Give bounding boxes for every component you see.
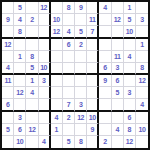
cell-r10c4-empty[interactable] [39,112,51,124]
cell-r7c12-given: 12 [136,75,148,87]
cell-r6c9-given: 6 [99,63,111,75]
cell-r7c7-empty[interactable] [75,75,87,87]
cell-r1c1-empty[interactable] [2,2,14,14]
cell-r5c7-empty[interactable] [75,51,87,63]
cell-r8c8-empty[interactable] [87,87,99,99]
cell-r11c8-given: 9 [87,124,99,136]
cell-r12c4-given: 4 [39,136,51,148]
cell-r6c8-empty[interactable] [87,63,99,75]
cell-r12c6-given: 5 [63,136,75,148]
cell-r9c7-given: 3 [75,99,87,111]
cell-r7c6-empty[interactable] [63,75,75,87]
cell-r8c12-empty[interactable] [136,87,148,99]
cell-r6c3-given: 5 [26,63,38,75]
cell-r8c1-empty[interactable] [2,87,14,99]
cell-r10c1-empty[interactable] [2,112,14,124]
cell-r10c7-given: 12 [75,112,87,124]
cell-r8c5-empty[interactable] [51,87,63,99]
cell-r12c10-empty[interactable] [112,136,124,148]
cell-r11c6-empty[interactable] [63,124,75,136]
cell-r6c6-empty[interactable] [63,63,75,75]
cell-r8c4-empty[interactable] [39,87,51,99]
cell-r12c7-given: 8 [75,136,87,148]
cell-r9c6-given: 7 [63,99,75,111]
cell-r12c1-empty[interactable] [2,136,14,148]
cell-r8c7-empty[interactable] [75,87,87,99]
cell-r3c7-given: 5 [75,26,87,38]
cell-r7c3-given: 1 [26,75,38,87]
cell-r4c8-empty[interactable] [87,39,99,51]
cell-r3c9-empty[interactable] [99,26,111,38]
cell-r4c4-empty[interactable] [39,39,51,51]
cell-r6c4-given: 10 [39,63,51,75]
cell-r9c2-empty[interactable] [14,99,26,111]
cell-r4c6-given: 6 [63,39,75,51]
cell-r8c6-empty[interactable] [63,87,75,99]
cell-r9c5-empty[interactable] [51,99,63,111]
cell-r6c5-empty[interactable] [51,63,63,75]
cell-r9c11-empty[interactable] [124,99,136,111]
cell-r5c10-given: 11 [112,51,124,63]
cell-r3c3-empty[interactable] [26,26,38,38]
cell-r5c12-empty[interactable] [136,51,148,63]
cell-r10c11-given: 6 [124,112,136,124]
cell-r2c12-given: 3 [136,14,148,26]
cell-r4c11-empty[interactable] [124,39,136,51]
cell-r7c2-empty[interactable] [14,75,26,87]
cell-r2c11-given: 5 [124,14,136,26]
cell-r6c10-given: 3 [112,63,124,75]
cell-r7c8-empty[interactable] [87,75,99,87]
cell-r11c2-given: 6 [14,124,26,136]
cell-r1c12-empty[interactable] [136,2,148,14]
cell-r9c8-empty[interactable] [87,99,99,111]
cell-r10c6-given: 2 [63,112,75,124]
cell-r2c9-empty[interactable] [99,14,111,26]
cell-r11c11-given: 8 [124,124,136,136]
cell-r9c10-empty[interactable] [112,99,124,111]
cell-r4c10-empty[interactable] [112,39,124,51]
cell-r6c12-given: 8 [136,63,148,75]
cell-r4c5-empty[interactable] [51,39,63,51]
cell-r1c3-empty[interactable] [26,2,38,14]
sudoku-board: 5128941942101112538124571012621181144510… [0,0,150,150]
cell-r12c11-given: 12 [124,136,136,148]
cell-r6c2-empty[interactable] [14,63,26,75]
cell-r9c1-given: 6 [2,99,14,111]
cell-r9c3-empty[interactable] [26,99,38,111]
cell-r1c4-given: 12 [39,2,51,14]
cell-r2c5-given: 10 [51,14,63,26]
cell-r5c6-empty[interactable] [63,51,75,63]
cell-r3c1-empty[interactable] [2,26,14,38]
cell-r3c6-given: 4 [63,26,75,38]
cell-r8c10-given: 5 [112,87,124,99]
cell-r10c9-empty[interactable] [99,112,111,124]
cell-r6c1-given: 4 [2,63,14,75]
cell-r12c8-empty[interactable] [87,136,99,148]
cell-r5c4-empty[interactable] [39,51,51,63]
cell-r9c4-empty[interactable] [39,99,51,111]
cell-r10c3-empty[interactable] [26,112,38,124]
cell-r1c2-given: 5 [14,2,26,14]
cell-r9c9-empty[interactable] [99,99,111,111]
cell-r8c11-given: 3 [124,87,136,99]
cell-r3c10-empty[interactable] [112,26,124,38]
cell-r5c3-given: 8 [26,51,38,63]
cell-r2c6-empty[interactable] [63,14,75,26]
cell-r11c5-given: 1 [51,124,63,136]
cell-r12c2-given: 10 [14,136,26,148]
cell-r5c2-given: 1 [14,51,26,63]
cell-r4c9-empty[interactable] [99,39,111,51]
cell-r9c12-given: 4 [136,99,148,111]
cell-r2c7-empty[interactable] [75,14,87,26]
cell-r7c11-empty[interactable] [124,75,136,87]
cell-r2c3-given: 2 [26,14,38,26]
cell-r1c7-given: 9 [75,2,87,14]
cell-r10c10-empty[interactable] [112,112,124,124]
cell-r2c2-given: 4 [14,14,26,26]
cell-r2c1-given: 9 [2,14,14,26]
cell-r7c5-empty[interactable] [51,75,63,87]
cell-r7c10-given: 6 [112,75,124,87]
cell-r8c3-given: 4 [26,87,38,99]
cell-r3c11-given: 10 [124,26,136,38]
cell-r1c8-empty[interactable] [87,2,99,14]
cell-r4c7-given: 2 [75,39,87,51]
cell-r1c10-empty[interactable] [112,2,124,14]
cell-r2c10-given: 12 [112,14,124,26]
cell-r1c5-empty[interactable] [51,2,63,14]
cell-r4c2-empty[interactable] [14,39,26,51]
cell-r5c11-given: 4 [124,51,136,63]
cell-r11c7-empty[interactable] [75,124,87,136]
cell-r10c12-empty[interactable] [136,112,148,124]
cell-r4c12-given: 1 [136,39,148,51]
cell-r12c9-given: 2 [99,136,111,148]
cell-r6c11-empty[interactable] [124,63,136,75]
cell-r4c1-given: 12 [2,39,14,51]
cell-r3c12-empty[interactable] [136,26,148,38]
cell-r8c9-empty[interactable] [99,87,111,99]
cell-r10c2-given: 3 [14,112,26,124]
cell-r5c9-empty[interactable] [99,51,111,63]
cell-r11c9-empty[interactable] [99,124,111,136]
cell-r12c5-empty[interactable] [51,136,63,148]
cell-r7c9-given: 9 [99,75,111,87]
cell-r5c8-empty[interactable] [87,51,99,63]
cell-r10c5-given: 4 [51,112,63,124]
cell-r3c8-given: 7 [87,26,99,38]
cell-r4c3-empty[interactable] [26,39,38,51]
cell-r11c12-given: 10 [136,124,148,136]
cell-r1c9-given: 4 [99,2,111,14]
cell-r2c4-empty[interactable] [39,14,51,26]
cell-r11c1-given: 5 [2,124,14,136]
cell-r12c3-empty[interactable] [26,136,38,148]
cell-r3c4-empty[interactable] [39,26,51,38]
cell-r3c2-given: 8 [14,26,26,38]
cell-r11c4-empty[interactable] [39,124,51,136]
cell-r1c6-given: 8 [63,2,75,14]
cell-r3c5-given: 12 [51,26,63,38]
cell-r5c1-empty[interactable] [2,51,14,63]
cell-r11c3-given: 12 [26,124,38,136]
cell-r12c12-empty[interactable] [136,136,148,148]
cell-r7c1-given: 11 [2,75,14,87]
cell-r5c5-empty[interactable] [51,51,63,63]
cell-r10c8-given: 10 [87,112,99,124]
cell-r6c7-empty[interactable] [75,63,87,75]
cell-r7c4-given: 3 [39,75,51,87]
cell-r1c11-given: 1 [124,2,136,14]
cell-r8c2-given: 12 [14,87,26,99]
cell-r2c8-given: 11 [87,14,99,26]
cell-r11c10-given: 4 [112,124,124,136]
